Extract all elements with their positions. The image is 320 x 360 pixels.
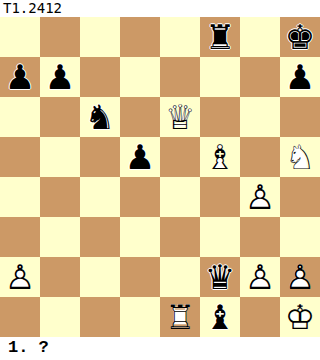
piece-white-pawn: ♟♙: [0, 257, 40, 297]
square-f7[interactable]: [200, 57, 240, 97]
square-h5[interactable]: ♞♘: [280, 137, 320, 177]
square-e7[interactable]: [160, 57, 200, 97]
square-d6[interactable]: [120, 97, 160, 137]
piece-white-pawn: ♟♙: [240, 177, 280, 217]
square-g4[interactable]: ♟♙: [240, 177, 280, 217]
square-f6[interactable]: [200, 97, 240, 137]
piece-white-pawn: ♟♙: [280, 257, 320, 297]
piece-black-pawn: ♟: [0, 57, 40, 97]
square-e1[interactable]: ♜♖: [160, 297, 200, 337]
square-c6[interactable]: ♞: [80, 97, 120, 137]
square-f5[interactable]: ♝♗: [200, 137, 240, 177]
square-e6[interactable]: ♛♕: [160, 97, 200, 137]
square-g2[interactable]: ♟♙: [240, 257, 280, 297]
square-e8[interactable]: [160, 17, 200, 57]
square-h2[interactable]: ♟♙: [280, 257, 320, 297]
piece-black-bishop: ♝: [200, 297, 240, 337]
square-b1[interactable]: [40, 297, 80, 337]
piece-black-king: ♚: [280, 17, 320, 57]
square-c2[interactable]: [80, 257, 120, 297]
piece-white-bishop: ♝♗: [200, 137, 240, 177]
piece-black-pawn: ♟: [40, 57, 80, 97]
square-a6[interactable]: [0, 97, 40, 137]
square-h6[interactable]: [280, 97, 320, 137]
square-h8[interactable]: ♚: [280, 17, 320, 57]
square-d5[interactable]: ♟: [120, 137, 160, 177]
square-f2[interactable]: ♛: [200, 257, 240, 297]
square-d2[interactable]: [120, 257, 160, 297]
square-b2[interactable]: [40, 257, 80, 297]
square-d4[interactable]: [120, 177, 160, 217]
square-d3[interactable]: [120, 217, 160, 257]
piece-white-queen: ♛♕: [160, 97, 200, 137]
square-c5[interactable]: [80, 137, 120, 177]
square-g8[interactable]: [240, 17, 280, 57]
square-g6[interactable]: [240, 97, 280, 137]
puzzle-id: T1.2412: [0, 0, 320, 17]
square-g3[interactable]: [240, 217, 280, 257]
piece-black-pawn: ♟: [280, 57, 320, 97]
square-e5[interactable]: [160, 137, 200, 177]
square-c3[interactable]: [80, 217, 120, 257]
square-f1[interactable]: ♝: [200, 297, 240, 337]
square-h7[interactable]: ♟: [280, 57, 320, 97]
square-h1[interactable]: ♚♔: [280, 297, 320, 337]
square-a8[interactable]: [0, 17, 40, 57]
square-a1[interactable]: [0, 297, 40, 337]
square-a4[interactable]: [0, 177, 40, 217]
square-d7[interactable]: [120, 57, 160, 97]
square-g5[interactable]: [240, 137, 280, 177]
piece-white-rook: ♜♖: [160, 297, 200, 337]
square-d1[interactable]: [120, 297, 160, 337]
square-b7[interactable]: ♟: [40, 57, 80, 97]
square-c1[interactable]: [80, 297, 120, 337]
chess-board: ♜♚♟♟♟♞♛♕♟♝♗♞♘♟♙♟♙♛♟♙♟♙♜♖♝♚♔: [0, 17, 320, 337]
square-b5[interactable]: [40, 137, 80, 177]
square-c7[interactable]: [80, 57, 120, 97]
square-e2[interactable]: [160, 257, 200, 297]
square-c8[interactable]: [80, 17, 120, 57]
square-h4[interactable]: [280, 177, 320, 217]
square-a2[interactable]: ♟♙: [0, 257, 40, 297]
piece-black-knight: ♞: [80, 97, 120, 137]
square-b4[interactable]: [40, 177, 80, 217]
square-b6[interactable]: [40, 97, 80, 137]
square-a7[interactable]: ♟: [0, 57, 40, 97]
piece-black-queen: ♛: [200, 257, 240, 297]
piece-white-knight: ♞♘: [280, 137, 320, 177]
square-h3[interactable]: [280, 217, 320, 257]
square-a3[interactable]: [0, 217, 40, 257]
square-f3[interactable]: [200, 217, 240, 257]
piece-white-pawn: ♟♙: [240, 257, 280, 297]
piece-black-rook: ♜: [200, 17, 240, 57]
square-d8[interactable]: [120, 17, 160, 57]
square-c4[interactable]: [80, 177, 120, 217]
square-a5[interactable]: [0, 137, 40, 177]
square-g7[interactable]: [240, 57, 280, 97]
square-e4[interactable]: [160, 177, 200, 217]
square-b8[interactable]: [40, 17, 80, 57]
move-prompt: 1. ?: [0, 337, 320, 359]
square-f4[interactable]: [200, 177, 240, 217]
square-b3[interactable]: [40, 217, 80, 257]
square-g1[interactable]: [240, 297, 280, 337]
square-e3[interactable]: [160, 217, 200, 257]
square-f8[interactable]: ♜: [200, 17, 240, 57]
piece-black-pawn: ♟: [120, 137, 160, 177]
piece-white-king: ♚♔: [280, 297, 320, 337]
